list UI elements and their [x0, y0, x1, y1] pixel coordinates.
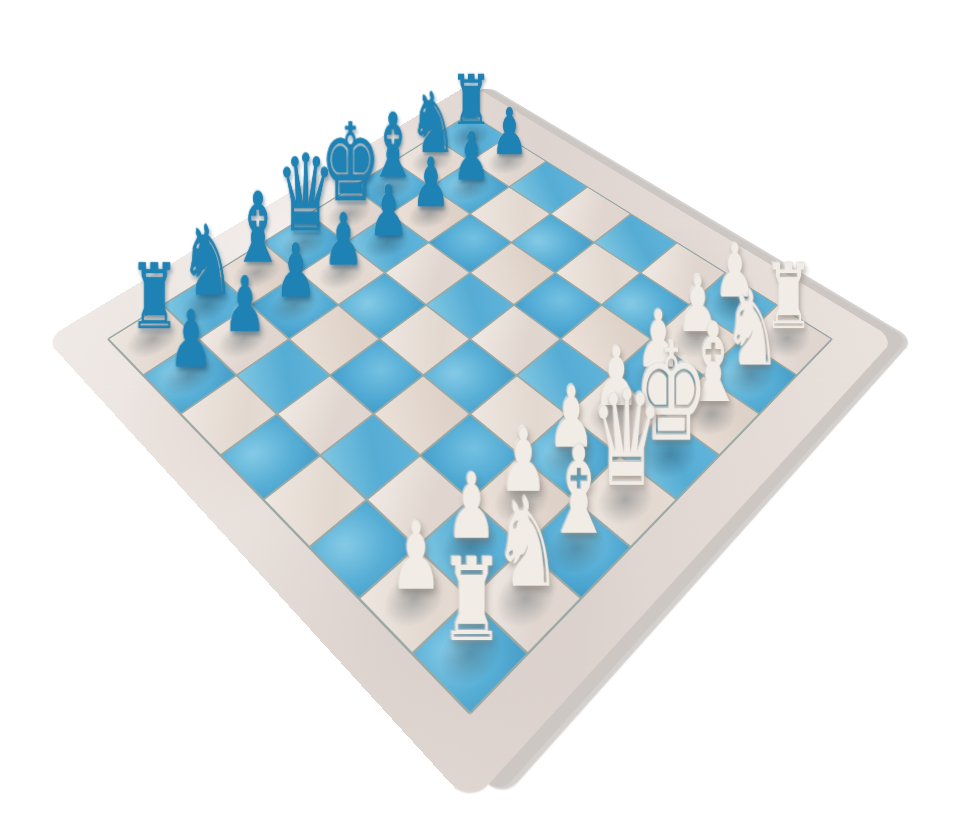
board-plate: ♜♞♝♛♚♝♞♜♟♟♟♟♟♟♟♟♟♟♟♟♟♟♟♟♜♞♝♛♚♝♞♜: [46, 84, 895, 805]
chess-scene: ♜♞♝♛♚♝♞♜♟♟♟♟♟♟♟♟♟♟♟♟♟♟♟♟♜♞♝♛♚♝♞♜: [0, 0, 960, 814]
page-root: ♜♞♝♛♚♝♞♜♟♟♟♟♟♟♟♟♟♟♟♟♟♟♟♟♜♞♝♛♚♝♞♜: [0, 0, 960, 814]
white-rook-icon: ♜: [398, 419, 545, 656]
blue-pawn-icon: ♟: [132, 186, 251, 377]
pieces-layer: ♜♞♝♛♚♝♞♜♟♟♟♟♟♟♟♟♟♟♟♟♟♟♟♟♜♞♝♛♚♝♞♜: [46, 84, 895, 805]
